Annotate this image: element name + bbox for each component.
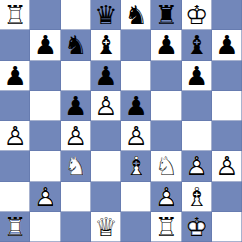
white-pawn[interactable]: ♟♙ xyxy=(30,182,60,212)
square-b5[interactable] xyxy=(30,91,60,121)
square-g4[interactable] xyxy=(182,121,212,151)
white-rook[interactable]: ♜♖ xyxy=(151,212,181,242)
pawn-outline-glyph-icon: ♙ xyxy=(151,182,181,212)
square-g5[interactable] xyxy=(182,91,212,121)
square-e3[interactable]: ♝♗ xyxy=(121,151,151,181)
knight-outline-glyph-icon: ♘ xyxy=(151,151,181,181)
square-g6[interactable]: ♟ xyxy=(182,61,212,91)
square-b7[interactable]: ♟ xyxy=(30,30,60,60)
square-g2[interactable]: ♝♗ xyxy=(182,182,212,212)
square-c7[interactable]: ♞ xyxy=(61,30,91,60)
black-rook[interactable]: ♜ xyxy=(151,0,181,30)
square-c3[interactable]: ♞♘ xyxy=(61,151,91,181)
bishop-outline-glyph-icon: ♗ xyxy=(121,151,151,181)
square-c5[interactable]: ♟ xyxy=(61,91,91,121)
bishop-glyph-icon: ♝ xyxy=(182,30,212,60)
square-e2[interactable] xyxy=(121,182,151,212)
queen-glyph-icon: ♛ xyxy=(91,0,121,30)
square-c2[interactable] xyxy=(61,182,91,212)
chess-board: ♜♖♛♞♜♚♔♟♞♝♟♝♟♟♟♟♟♟♙♟♟♙♟♙♟♙♞♘♝♗♞♘♟♙♟♙♟♙♟♙… xyxy=(0,0,242,242)
pawn-glyph-icon: ♟ xyxy=(30,30,60,60)
square-c6[interactable] xyxy=(61,61,91,91)
rook-glyph-icon: ♜ xyxy=(151,0,181,30)
square-b1[interactable] xyxy=(30,212,60,242)
black-pawn[interactable]: ♟ xyxy=(91,61,121,91)
pawn-outline-glyph-icon: ♙ xyxy=(61,121,91,151)
square-a3[interactable] xyxy=(0,151,30,181)
square-d7[interactable]: ♝ xyxy=(91,30,121,60)
pawn-glyph-icon: ♟ xyxy=(182,61,212,91)
white-pawn[interactable]: ♟♙ xyxy=(0,121,30,151)
square-d3[interactable] xyxy=(91,151,121,181)
square-a2[interactable] xyxy=(0,182,30,212)
square-g7[interactable]: ♝ xyxy=(182,30,212,60)
king-outline-glyph-icon: ♔ xyxy=(182,0,212,30)
white-pawn[interactable]: ♟♙ xyxy=(91,91,121,121)
white-king[interactable]: ♚♔ xyxy=(182,0,212,30)
black-queen[interactable]: ♛ xyxy=(91,0,121,30)
square-d2[interactable] xyxy=(91,182,121,212)
square-b3[interactable] xyxy=(30,151,60,181)
square-a7[interactable] xyxy=(0,30,30,60)
white-knight[interactable]: ♞♘ xyxy=(61,151,91,181)
square-f6[interactable] xyxy=(151,61,181,91)
white-pawn[interactable]: ♟♙ xyxy=(182,151,212,181)
white-bishop[interactable]: ♝♗ xyxy=(121,151,151,181)
square-g8[interactable]: ♚♔ xyxy=(182,0,212,30)
black-pawn[interactable]: ♟ xyxy=(182,61,212,91)
square-h4[interactable] xyxy=(212,121,242,151)
pawn-outline-glyph-icon: ♙ xyxy=(121,121,151,151)
black-pawn[interactable]: ♟ xyxy=(30,30,60,60)
white-king[interactable]: ♚♔ xyxy=(182,212,212,242)
square-h1[interactable] xyxy=(212,212,242,242)
square-d1[interactable]: ♛♕ xyxy=(91,212,121,242)
white-pawn[interactable]: ♟♙ xyxy=(121,121,151,151)
square-g3[interactable]: ♟♙ xyxy=(182,151,212,181)
black-pawn[interactable]: ♟ xyxy=(61,91,91,121)
white-rook[interactable]: ♜♖ xyxy=(0,212,30,242)
black-bishop[interactable]: ♝ xyxy=(91,30,121,60)
square-b2[interactable]: ♟♙ xyxy=(30,182,60,212)
knight-outline-glyph-icon: ♘ xyxy=(61,151,91,181)
square-e1[interactable] xyxy=(121,212,151,242)
square-a5[interactable] xyxy=(0,91,30,121)
square-h7[interactable]: ♟ xyxy=(212,30,242,60)
white-rook[interactable]: ♜♖ xyxy=(0,0,30,30)
square-e5[interactable]: ♟ xyxy=(121,91,151,121)
square-h6[interactable] xyxy=(212,61,242,91)
white-pawn[interactable]: ♟♙ xyxy=(61,121,91,151)
black-knight[interactable]: ♞ xyxy=(61,30,91,60)
king-outline-glyph-icon: ♔ xyxy=(182,212,212,242)
square-f3[interactable]: ♞♘ xyxy=(151,151,181,181)
knight-glyph-icon: ♞ xyxy=(121,0,151,30)
rook-outline-glyph-icon: ♖ xyxy=(0,212,30,242)
rook-outline-glyph-icon: ♖ xyxy=(151,212,181,242)
pawn-glyph-icon: ♟ xyxy=(212,30,242,60)
square-a1[interactable]: ♜♖ xyxy=(0,212,30,242)
black-pawn[interactable]: ♟ xyxy=(212,30,242,60)
square-g1[interactable]: ♚♔ xyxy=(182,212,212,242)
pawn-outline-glyph-icon: ♙ xyxy=(212,151,242,181)
square-f8[interactable]: ♜ xyxy=(151,0,181,30)
square-h3[interactable]: ♟♙ xyxy=(212,151,242,181)
white-pawn[interactable]: ♟♙ xyxy=(151,182,181,212)
square-c8[interactable] xyxy=(61,0,91,30)
square-h5[interactable] xyxy=(212,91,242,121)
square-h2[interactable] xyxy=(212,182,242,212)
bishop-glyph-icon: ♝ xyxy=(91,30,121,60)
pawn-glyph-icon: ♟ xyxy=(151,30,181,60)
white-bishop[interactable]: ♝♗ xyxy=(182,182,212,212)
rook-outline-glyph-icon: ♖ xyxy=(0,0,30,30)
black-bishop[interactable]: ♝ xyxy=(182,30,212,60)
pawn-glyph-icon: ♟ xyxy=(0,61,30,91)
square-h8[interactable] xyxy=(212,0,242,30)
square-a8[interactable]: ♜♖ xyxy=(0,0,30,30)
bishop-outline-glyph-icon: ♗ xyxy=(182,182,212,212)
square-c4[interactable]: ♟♙ xyxy=(61,121,91,151)
square-a6[interactable]: ♟ xyxy=(0,61,30,91)
square-f4[interactable] xyxy=(151,121,181,151)
pawn-outline-glyph-icon: ♙ xyxy=(182,151,212,181)
square-b6[interactable] xyxy=(30,61,60,91)
square-f2[interactable]: ♟♙ xyxy=(151,182,181,212)
square-e7[interactable] xyxy=(121,30,151,60)
square-e4[interactable]: ♟♙ xyxy=(121,121,151,151)
queen-outline-glyph-icon: ♕ xyxy=(91,212,121,242)
pawn-outline-glyph-icon: ♙ xyxy=(30,182,60,212)
pawn-outline-glyph-icon: ♙ xyxy=(0,121,30,151)
knight-glyph-icon: ♞ xyxy=(61,30,91,60)
square-e8[interactable]: ♞ xyxy=(121,0,151,30)
black-pawn[interactable]: ♟ xyxy=(121,91,151,121)
square-a4[interactable]: ♟♙ xyxy=(0,121,30,151)
white-pawn[interactable]: ♟♙ xyxy=(212,151,242,181)
square-d5[interactable]: ♟♙ xyxy=(91,91,121,121)
square-d6[interactable]: ♟ xyxy=(91,61,121,91)
square-e6[interactable] xyxy=(121,61,151,91)
black-knight[interactable]: ♞ xyxy=(121,0,151,30)
square-b8[interactable] xyxy=(30,0,60,30)
pawn-glyph-icon: ♟ xyxy=(121,91,151,121)
square-f1[interactable]: ♜♖ xyxy=(151,212,181,242)
pawn-glyph-icon: ♟ xyxy=(61,91,91,121)
square-b4[interactable] xyxy=(30,121,60,151)
pawn-glyph-icon: ♟ xyxy=(91,61,121,91)
square-d4[interactable] xyxy=(91,121,121,151)
black-pawn[interactable]: ♟ xyxy=(151,30,181,60)
square-f7[interactable]: ♟ xyxy=(151,30,181,60)
white-knight[interactable]: ♞♘ xyxy=(151,151,181,181)
square-d8[interactable]: ♛ xyxy=(91,0,121,30)
white-queen[interactable]: ♛♕ xyxy=(91,212,121,242)
square-c1[interactable] xyxy=(61,212,91,242)
pawn-outline-glyph-icon: ♙ xyxy=(91,91,121,121)
black-pawn[interactable]: ♟ xyxy=(0,61,30,91)
square-f5[interactable] xyxy=(151,91,181,121)
